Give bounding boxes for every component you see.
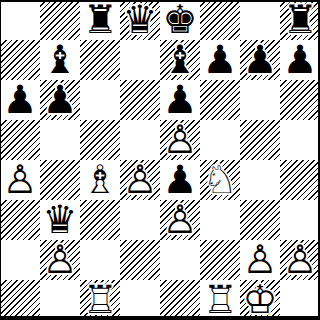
piece-glyph: ♟ [163, 77, 198, 122]
square-g8[interactable] [240, 0, 280, 40]
piece-black-bishop: ♝♝ [160, 40, 200, 80]
square-f3[interactable] [200, 200, 240, 240]
piece-glyph: ♟ [203, 37, 238, 82]
square-a6[interactable]: ♟♟ [0, 80, 40, 120]
square-c2[interactable] [80, 240, 120, 280]
piece-glyph: ♙ [3, 157, 38, 202]
square-d4[interactable]: ♟♙ [120, 160, 160, 200]
square-a7[interactable] [0, 40, 40, 80]
square-a2[interactable] [0, 240, 40, 280]
square-g6[interactable] [240, 80, 280, 120]
square-h3[interactable] [280, 200, 320, 240]
piece-glyph: ♛ [43, 197, 78, 242]
square-f5[interactable] [200, 120, 240, 160]
square-a4[interactable]: ♟♙ [0, 160, 40, 200]
piece-black-pawn: ♟♟ [40, 80, 80, 120]
piece-glyph: ♟ [243, 37, 278, 82]
piece-glyph: ♟ [283, 37, 318, 82]
square-e7[interactable]: ♝♝ [160, 40, 200, 80]
piece-glyph: ♖ [83, 277, 118, 320]
square-h6[interactable] [280, 80, 320, 120]
piece-white-pawn: ♟♙ [160, 120, 200, 160]
piece-glyph: ♙ [163, 117, 198, 162]
piece-black-pawn: ♟♟ [200, 40, 240, 80]
piece-glyph: ♘ [203, 157, 238, 202]
piece-glyph: ♙ [243, 237, 278, 282]
square-h4[interactable] [280, 160, 320, 200]
square-e6[interactable]: ♟♟ [160, 80, 200, 120]
square-e2[interactable] [160, 240, 200, 280]
square-d3[interactable] [120, 200, 160, 240]
piece-glyph: ♙ [163, 197, 198, 242]
piece-black-pawn: ♟♟ [160, 80, 200, 120]
piece-white-bishop: ♝♗ [80, 160, 120, 200]
piece-black-rook: ♜♜ [280, 0, 320, 40]
square-g1[interactable]: ♚♔ [240, 280, 280, 320]
square-c1[interactable]: ♜♖ [80, 280, 120, 320]
square-e5[interactable]: ♟♙ [160, 120, 200, 160]
square-c7[interactable] [80, 40, 120, 80]
piece-black-queen: ♛♛ [40, 200, 80, 240]
piece-black-pawn: ♟♟ [0, 80, 40, 120]
square-h7[interactable]: ♟♟ [280, 40, 320, 80]
piece-glyph: ♜ [283, 0, 318, 42]
piece-glyph: ♛ [123, 0, 158, 42]
square-h5[interactable] [280, 120, 320, 160]
square-e3[interactable]: ♟♙ [160, 200, 200, 240]
piece-white-pawn: ♟♙ [280, 240, 320, 280]
piece-glyph: ♝ [43, 37, 78, 82]
square-d1[interactable] [120, 280, 160, 320]
square-d8[interactable]: ♛♛ [120, 0, 160, 40]
square-f4[interactable]: ♞♘ [200, 160, 240, 200]
square-h2[interactable]: ♟♙ [280, 240, 320, 280]
square-d7[interactable] [120, 40, 160, 80]
square-a5[interactable] [0, 120, 40, 160]
square-c4[interactable]: ♝♗ [80, 160, 120, 200]
piece-black-pawn: ♟♟ [240, 40, 280, 80]
square-b4[interactable] [40, 160, 80, 200]
square-b5[interactable] [40, 120, 80, 160]
piece-black-bishop: ♝♝ [40, 40, 80, 80]
square-b7[interactable]: ♝♝ [40, 40, 80, 80]
piece-glyph: ♟ [3, 77, 38, 122]
piece-white-pawn: ♟♙ [120, 160, 160, 200]
square-c8[interactable]: ♜♜ [80, 0, 120, 40]
square-g7[interactable]: ♟♟ [240, 40, 280, 80]
square-h8[interactable]: ♜♜ [280, 0, 320, 40]
square-c6[interactable] [80, 80, 120, 120]
square-d6[interactable] [120, 80, 160, 120]
square-f6[interactable] [200, 80, 240, 120]
square-g2[interactable]: ♟♙ [240, 240, 280, 280]
piece-glyph: ♗ [83, 157, 118, 202]
piece-black-pawn: ♟♟ [280, 40, 320, 80]
square-e1[interactable] [160, 280, 200, 320]
piece-glyph: ♜ [83, 0, 118, 42]
square-c3[interactable] [80, 200, 120, 240]
square-g4[interactable] [240, 160, 280, 200]
chess-board: ♜♜♛♛♚♚♜♜♝♝♝♝♟♟♟♟♟♟♟♟♟♟♟♟♟♙♟♙♝♗♟♙♟♟♞♘♛♛♟♙… [0, 0, 320, 320]
square-a1[interactable] [0, 280, 40, 320]
piece-glyph: ♔ [243, 277, 278, 320]
square-a8[interactable] [0, 0, 40, 40]
piece-glyph: ♟ [43, 77, 78, 122]
piece-black-rook: ♜♜ [80, 0, 120, 40]
square-f8[interactable] [200, 0, 240, 40]
piece-glyph: ♚ [163, 0, 198, 42]
piece-black-king: ♚♚ [160, 0, 200, 40]
piece-white-rook: ♜♖ [80, 280, 120, 320]
piece-glyph: ♙ [123, 157, 158, 202]
square-a3[interactable] [0, 200, 40, 240]
piece-black-queen: ♛♛ [120, 0, 160, 40]
piece-glyph: ♟ [163, 157, 198, 202]
square-b2[interactable]: ♟♙ [40, 240, 80, 280]
piece-white-king: ♚♔ [240, 280, 280, 320]
square-g5[interactable] [240, 120, 280, 160]
piece-white-pawn: ♟♙ [40, 240, 80, 280]
piece-white-rook: ♜♖ [200, 280, 240, 320]
piece-glyph: ♙ [43, 237, 78, 282]
square-c5[interactable] [80, 120, 120, 160]
square-b8[interactable] [40, 0, 80, 40]
square-d5[interactable] [120, 120, 160, 160]
square-d2[interactable] [120, 240, 160, 280]
square-f2[interactable] [200, 240, 240, 280]
square-b6[interactable]: ♟♟ [40, 80, 80, 120]
square-g3[interactable] [240, 200, 280, 240]
square-e4[interactable]: ♟♟ [160, 160, 200, 200]
piece-white-knight: ♞♘ [200, 160, 240, 200]
square-f7[interactable]: ♟♟ [200, 40, 240, 80]
square-e8[interactable]: ♚♚ [160, 0, 200, 40]
square-h1[interactable] [280, 280, 320, 320]
piece-glyph: ♝ [163, 37, 198, 82]
piece-white-pawn: ♟♙ [240, 240, 280, 280]
square-b1[interactable] [40, 280, 80, 320]
square-f1[interactable]: ♜♖ [200, 280, 240, 320]
piece-white-pawn: ♟♙ [0, 160, 40, 200]
piece-glyph: ♙ [283, 237, 318, 282]
square-b3[interactable]: ♛♛ [40, 200, 80, 240]
piece-black-pawn: ♟♟ [160, 160, 200, 200]
piece-glyph: ♖ [203, 277, 238, 320]
piece-white-pawn: ♟♙ [160, 200, 200, 240]
